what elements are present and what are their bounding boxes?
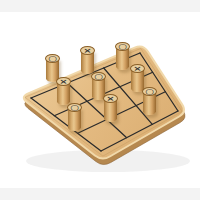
- peg-symbol-o: ○: [70, 104, 79, 112]
- peg-symbol-o: ○: [118, 43, 127, 51]
- peg-top: ×: [56, 77, 71, 86]
- peg-symbol-o: ○: [145, 88, 154, 96]
- peg-r3c1[interactable]: ○: [67, 103, 82, 135]
- peg-r3c2[interactable]: ×: [103, 94, 118, 126]
- peg-top: ○: [115, 42, 130, 51]
- peg-r1c3[interactable]: ○: [115, 42, 130, 74]
- peg-top: ○: [91, 72, 106, 81]
- peg-top: ○: [45, 54, 60, 63]
- peg-top: ×: [80, 46, 95, 55]
- peg-top: ×: [103, 94, 118, 103]
- peg-r3c3[interactable]: ○: [142, 87, 157, 119]
- peg-symbol-x: ×: [133, 65, 141, 73]
- product-photo-stage: ○ × ○ × ○ × ○ ×: [0, 0, 200, 200]
- peg-top: ×: [130, 64, 145, 73]
- peg-top: ○: [142, 87, 157, 96]
- peg-symbol-o: ○: [94, 73, 103, 81]
- peg-symbol-x: ×: [59, 78, 67, 86]
- peg-symbol-x: ×: [83, 47, 91, 55]
- peg-symbol-o: ○: [48, 55, 57, 63]
- peg-top: ○: [67, 103, 82, 112]
- peg-symbol-x: ×: [106, 95, 114, 103]
